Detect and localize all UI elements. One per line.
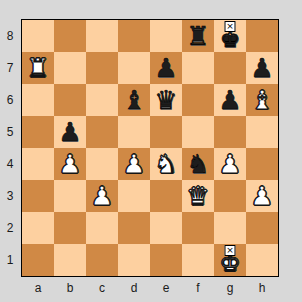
file-label-c: c xyxy=(86,281,118,296)
king-marker-g1: × xyxy=(225,245,236,256)
square-b1[interactable] xyxy=(54,244,86,276)
square-d4[interactable]: ♟ xyxy=(118,148,150,180)
white-rook-a7[interactable]: ♜ xyxy=(22,52,54,84)
square-f6[interactable] xyxy=(182,84,214,116)
square-g2[interactable] xyxy=(214,212,246,244)
rank-label-7: 7 xyxy=(0,52,20,84)
king-marker-g8: × xyxy=(225,21,236,32)
square-h2[interactable] xyxy=(246,212,278,244)
square-h6[interactable]: ♝ xyxy=(246,84,278,116)
rank-label-8: 8 xyxy=(0,20,20,52)
square-a1[interactable] xyxy=(22,244,54,276)
white-queen-f3[interactable]: ♛ xyxy=(182,180,214,212)
rank-label-2: 2 xyxy=(0,212,20,244)
black-pawn-e7[interactable]: ♟ xyxy=(150,52,182,84)
square-b6[interactable] xyxy=(54,84,86,116)
square-d5[interactable] xyxy=(118,116,150,148)
white-pawn-b4[interactable]: ♟ xyxy=(54,148,86,180)
square-f7[interactable] xyxy=(182,52,214,84)
square-a2[interactable] xyxy=(22,212,54,244)
square-e4[interactable]: ♞ xyxy=(150,148,182,180)
rank-labels: 87654321 xyxy=(0,20,20,276)
rank-label-1: 1 xyxy=(0,244,20,276)
file-label-f: f xyxy=(182,281,214,296)
square-f3[interactable]: ♛ xyxy=(182,180,214,212)
square-e1[interactable] xyxy=(150,244,182,276)
square-e6[interactable]: ♛ xyxy=(150,84,182,116)
square-g6[interactable]: ♟ xyxy=(214,84,246,116)
black-knight-f4[interactable]: ♞ xyxy=(182,148,214,180)
square-h8[interactable] xyxy=(246,20,278,52)
square-c3[interactable]: ♟ xyxy=(86,180,118,212)
square-h7[interactable]: ♟ xyxy=(246,52,278,84)
square-b5[interactable]: ♟ xyxy=(54,116,86,148)
white-pawn-d4[interactable]: ♟ xyxy=(118,148,150,180)
square-e7[interactable]: ♟ xyxy=(150,52,182,84)
square-a8[interactable] xyxy=(22,20,54,52)
file-label-e: e xyxy=(150,281,182,296)
white-pawn-c3[interactable]: ♟ xyxy=(86,180,118,212)
chess-diagram: 87654321 ♜♚×♜♟♟♝♛♟♝♟♟♟♞♞♟♟♛♟♚× abcdefgh xyxy=(0,0,302,302)
square-b8[interactable] xyxy=(54,20,86,52)
square-b4[interactable]: ♟ xyxy=(54,148,86,180)
square-e5[interactable] xyxy=(150,116,182,148)
square-f5[interactable] xyxy=(182,116,214,148)
square-h5[interactable] xyxy=(246,116,278,148)
square-f1[interactable] xyxy=(182,244,214,276)
file-label-g: g xyxy=(214,281,246,296)
square-a3[interactable] xyxy=(22,180,54,212)
black-queen-e6[interactable]: ♛ xyxy=(150,84,182,116)
black-bishop-d6[interactable]: ♝ xyxy=(118,84,150,116)
square-d1[interactable] xyxy=(118,244,150,276)
file-label-a: a xyxy=(22,281,54,296)
file-label-b: b xyxy=(54,281,86,296)
square-c7[interactable] xyxy=(86,52,118,84)
square-a4[interactable] xyxy=(22,148,54,180)
file-label-h: h xyxy=(246,281,278,296)
square-d2[interactable] xyxy=(118,212,150,244)
file-label-d: d xyxy=(118,281,150,296)
square-c5[interactable] xyxy=(86,116,118,148)
square-g4[interactable]: ♟ xyxy=(214,148,246,180)
white-bishop-h6[interactable]: ♝ xyxy=(246,84,278,116)
square-c1[interactable] xyxy=(86,244,118,276)
chess-board: ♜♚×♜♟♟♝♛♟♝♟♟♟♞♞♟♟♛♟♚× xyxy=(21,19,279,277)
square-c8[interactable] xyxy=(86,20,118,52)
square-c2[interactable] xyxy=(86,212,118,244)
square-c6[interactable] xyxy=(86,84,118,116)
rank-label-3: 3 xyxy=(0,180,20,212)
square-d6[interactable]: ♝ xyxy=(118,84,150,116)
square-e2[interactable] xyxy=(150,212,182,244)
square-b2[interactable] xyxy=(54,212,86,244)
white-knight-e4[interactable]: ♞ xyxy=(150,148,182,180)
square-d7[interactable] xyxy=(118,52,150,84)
square-b3[interactable] xyxy=(54,180,86,212)
square-g5[interactable] xyxy=(214,116,246,148)
square-b7[interactable] xyxy=(54,52,86,84)
square-a5[interactable] xyxy=(22,116,54,148)
rank-label-6: 6 xyxy=(0,84,20,116)
rank-label-5: 5 xyxy=(0,116,20,148)
square-a7[interactable]: ♜ xyxy=(22,52,54,84)
square-d3[interactable] xyxy=(118,180,150,212)
black-pawn-b5[interactable]: ♟ xyxy=(54,116,86,148)
square-h1[interactable] xyxy=(246,244,278,276)
square-e3[interactable] xyxy=(150,180,182,212)
white-pawn-h3[interactable]: ♟ xyxy=(246,180,278,212)
square-g1[interactable]: ♚× xyxy=(214,244,246,276)
square-g3[interactable] xyxy=(214,180,246,212)
file-labels: abcdefgh xyxy=(22,281,278,296)
square-g8[interactable]: ♚× xyxy=(214,20,246,52)
square-c4[interactable] xyxy=(86,148,118,180)
square-h4[interactable] xyxy=(246,148,278,180)
square-a6[interactable] xyxy=(22,84,54,116)
black-pawn-g6[interactable]: ♟ xyxy=(214,84,246,116)
square-f8[interactable]: ♜ xyxy=(182,20,214,52)
square-e8[interactable] xyxy=(150,20,182,52)
square-f2[interactable] xyxy=(182,212,214,244)
square-f4[interactable]: ♞ xyxy=(182,148,214,180)
white-pawn-g4[interactable]: ♟ xyxy=(214,148,246,180)
rank-label-4: 4 xyxy=(0,148,20,180)
square-d8[interactable] xyxy=(118,20,150,52)
black-rook-f8[interactable]: ♜ xyxy=(182,20,214,52)
black-pawn-h7[interactable]: ♟ xyxy=(246,52,278,84)
square-g7[interactable] xyxy=(214,52,246,84)
square-h3[interactable]: ♟ xyxy=(246,180,278,212)
